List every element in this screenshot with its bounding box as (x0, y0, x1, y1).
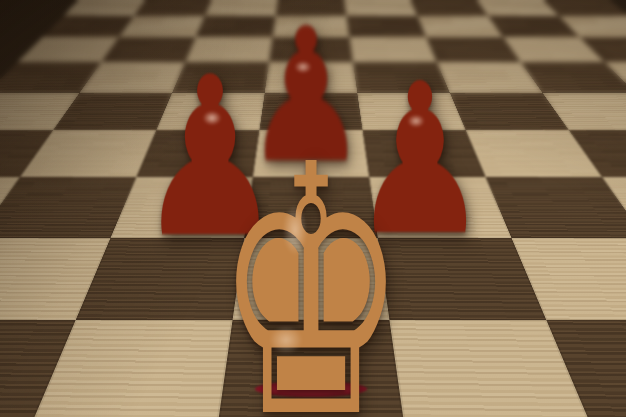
chessboard-photo: ♟ ♟ ♟ ♚ (0, 0, 626, 417)
white-king: ♚ (215, 120, 407, 417)
board-square (134, 0, 212, 16)
board-square (409, 0, 487, 16)
board-square (486, 177, 626, 238)
